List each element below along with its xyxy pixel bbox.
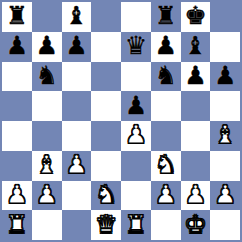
piece-white-rook-a1[interactable]: ♜ bbox=[6, 212, 28, 237]
piece-black-queen-e7[interactable]: ♛ bbox=[125, 33, 147, 58]
piece-black-pawn-f7[interactable]: ♟ bbox=[154, 33, 176, 58]
piece-black-knight-f6[interactable]: ♞ bbox=[154, 63, 176, 88]
square-c2[interactable] bbox=[62, 181, 92, 211]
square-b8[interactable] bbox=[32, 2, 62, 32]
square-g6[interactable]: ♟ bbox=[181, 62, 211, 92]
piece-black-rook-a8[interactable]: ♜ bbox=[6, 3, 28, 28]
square-e7[interactable]: ♛ bbox=[121, 32, 151, 62]
piece-white-knight-f3[interactable]: ♞ bbox=[154, 152, 176, 177]
square-h5[interactable] bbox=[210, 91, 240, 121]
square-h7[interactable] bbox=[210, 32, 240, 62]
square-g3[interactable] bbox=[181, 151, 211, 181]
square-e5[interactable]: ♟ bbox=[121, 91, 151, 121]
square-c4[interactable] bbox=[62, 121, 92, 151]
piece-white-pawn-b2[interactable]: ♟ bbox=[35, 182, 57, 207]
square-b6[interactable]: ♞ bbox=[32, 62, 62, 92]
square-h4[interactable]: ♝ bbox=[210, 121, 240, 151]
square-h1[interactable] bbox=[210, 210, 240, 240]
piece-white-queen-d1[interactable]: ♛ bbox=[95, 212, 117, 237]
square-d7[interactable] bbox=[91, 32, 121, 62]
square-f1[interactable] bbox=[151, 210, 181, 240]
square-a3[interactable] bbox=[2, 151, 32, 181]
square-f8[interactable]: ♜ bbox=[151, 2, 181, 32]
square-f7[interactable]: ♟ bbox=[151, 32, 181, 62]
square-b7[interactable]: ♟ bbox=[32, 32, 62, 62]
piece-black-pawn-a7[interactable]: ♟ bbox=[6, 33, 28, 58]
square-c7[interactable]: ♟ bbox=[62, 32, 92, 62]
square-a2[interactable]: ♟ bbox=[2, 181, 32, 211]
square-b3[interactable]: ♝ bbox=[32, 151, 62, 181]
square-g7[interactable]: ♝ bbox=[181, 32, 211, 62]
piece-white-pawn-h2[interactable]: ♟ bbox=[214, 182, 236, 207]
square-e4[interactable]: ♟ bbox=[121, 121, 151, 151]
piece-white-bishop-h4[interactable]: ♝ bbox=[214, 122, 236, 147]
square-d5[interactable] bbox=[91, 91, 121, 121]
piece-white-pawn-f2[interactable]: ♟ bbox=[154, 182, 176, 207]
square-c8[interactable]: ♝ bbox=[62, 2, 92, 32]
piece-black-pawn-b7[interactable]: ♟ bbox=[35, 33, 57, 58]
square-e6[interactable] bbox=[121, 62, 151, 92]
square-h8[interactable] bbox=[210, 2, 240, 32]
square-c1[interactable] bbox=[62, 210, 92, 240]
piece-white-pawn-e4[interactable]: ♟ bbox=[125, 122, 147, 147]
piece-white-rook-e1[interactable]: ♜ bbox=[125, 212, 147, 237]
square-g4[interactable] bbox=[181, 121, 211, 151]
square-d8[interactable] bbox=[91, 2, 121, 32]
square-g8[interactable]: ♚ bbox=[181, 2, 211, 32]
square-c3[interactable]: ♟ bbox=[62, 151, 92, 181]
piece-black-rook-f8[interactable]: ♜ bbox=[154, 3, 176, 28]
piece-black-bishop-c8[interactable]: ♝ bbox=[65, 3, 87, 28]
square-a7[interactable]: ♟ bbox=[2, 32, 32, 62]
square-a1[interactable]: ♜ bbox=[2, 210, 32, 240]
square-a4[interactable] bbox=[2, 121, 32, 151]
square-d4[interactable] bbox=[91, 121, 121, 151]
square-c6[interactable] bbox=[62, 62, 92, 92]
piece-black-pawn-g6[interactable]: ♟ bbox=[184, 63, 206, 88]
chess-board: ♜♝♜♚♟♟♟♛♟♝♞♞♟♟♟♟♝♝♟♞♟♟♞♟♟♟♜♛♜♚ bbox=[0, 0, 242, 242]
square-b2[interactable]: ♟ bbox=[32, 181, 62, 211]
square-h6[interactable]: ♟ bbox=[210, 62, 240, 92]
square-f2[interactable]: ♟ bbox=[151, 181, 181, 211]
square-b4[interactable] bbox=[32, 121, 62, 151]
piece-black-king-g8[interactable]: ♚ bbox=[184, 3, 206, 28]
piece-black-bishop-g7[interactable]: ♝ bbox=[184, 33, 206, 58]
piece-white-pawn-c3[interactable]: ♟ bbox=[65, 152, 87, 177]
piece-black-pawn-c7[interactable]: ♟ bbox=[65, 33, 87, 58]
square-a6[interactable] bbox=[2, 62, 32, 92]
square-d3[interactable] bbox=[91, 151, 121, 181]
square-c5[interactable] bbox=[62, 91, 92, 121]
square-h2[interactable]: ♟ bbox=[210, 181, 240, 211]
square-a5[interactable] bbox=[2, 91, 32, 121]
piece-black-knight-b6[interactable]: ♞ bbox=[35, 63, 57, 88]
piece-white-king-g1[interactable]: ♚ bbox=[184, 212, 206, 237]
piece-white-knight-d2[interactable]: ♞ bbox=[95, 182, 117, 207]
square-e8[interactable] bbox=[121, 2, 151, 32]
square-f4[interactable] bbox=[151, 121, 181, 151]
square-f3[interactable]: ♞ bbox=[151, 151, 181, 181]
square-e1[interactable]: ♜ bbox=[121, 210, 151, 240]
square-d6[interactable] bbox=[91, 62, 121, 92]
square-a8[interactable]: ♜ bbox=[2, 2, 32, 32]
square-e3[interactable] bbox=[121, 151, 151, 181]
square-h3[interactable] bbox=[210, 151, 240, 181]
square-g1[interactable]: ♚ bbox=[181, 210, 211, 240]
piece-black-pawn-h6[interactable]: ♟ bbox=[214, 63, 236, 88]
square-b5[interactable] bbox=[32, 91, 62, 121]
square-d1[interactable]: ♛ bbox=[91, 210, 121, 240]
square-g2[interactable]: ♟ bbox=[181, 181, 211, 211]
piece-white-pawn-g2[interactable]: ♟ bbox=[184, 182, 206, 207]
piece-white-pawn-a2[interactable]: ♟ bbox=[6, 182, 28, 207]
piece-white-bishop-b3[interactable]: ♝ bbox=[35, 152, 57, 177]
square-f6[interactable]: ♞ bbox=[151, 62, 181, 92]
square-e2[interactable] bbox=[121, 181, 151, 211]
square-f5[interactable] bbox=[151, 91, 181, 121]
square-b1[interactable] bbox=[32, 210, 62, 240]
square-d2[interactable]: ♞ bbox=[91, 181, 121, 211]
square-g5[interactable] bbox=[181, 91, 211, 121]
piece-black-pawn-e5[interactable]: ♟ bbox=[125, 93, 147, 118]
